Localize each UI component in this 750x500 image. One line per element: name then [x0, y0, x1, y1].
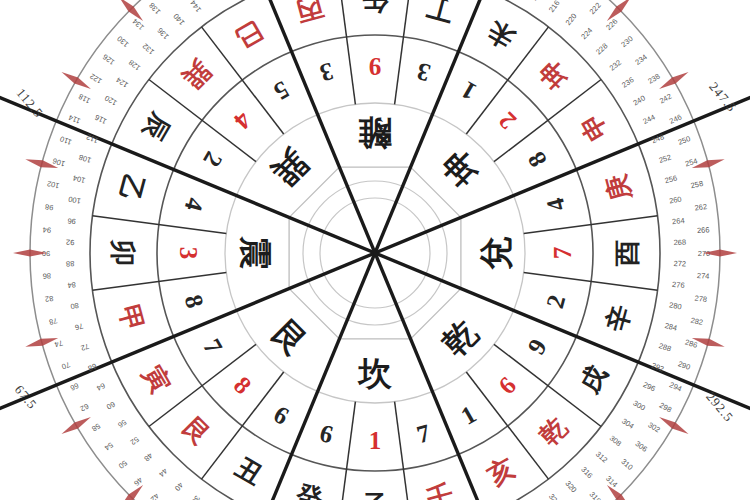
degree-label: 262 [694, 202, 708, 213]
luoshu-star-number: 3 [175, 247, 202, 260]
mountain-label: 庚 [601, 171, 637, 205]
mountain-label: 卯 [108, 239, 138, 266]
degree-label: 218 [570, 0, 585, 1]
degree-label: 312 [594, 450, 609, 465]
trigram-label-NW: 乾 [435, 313, 484, 362]
mountain-label: 辛 [600, 302, 636, 336]
trigram-label-N: 坎 [357, 355, 393, 392]
degree-label: 318 [588, 490, 603, 500]
degree-label: 236 [620, 75, 635, 89]
degree-label: 92 [66, 238, 75, 247]
degree-label: 66 [69, 381, 80, 393]
degree-label: 148 [206, 0, 220, 2]
cell-divider-line [395, 0, 413, 104]
degree-label: 102 [46, 179, 60, 190]
degree-label: 36 [190, 494, 202, 500]
degree-label: 240 [631, 93, 646, 107]
cell-divider-line [338, 402, 356, 500]
degree-label: 244 [642, 113, 657, 127]
degree-label: 142 [165, 0, 180, 1]
flanking-number: 2 [541, 292, 570, 311]
degree-label: 288 [658, 341, 673, 353]
degree-label: 224 [579, 26, 594, 41]
needle-mark [60, 69, 93, 92]
luoshu-star-number: 2 [493, 107, 521, 135]
degree-label: 78 [48, 316, 58, 327]
degree-label: 126 [101, 52, 116, 67]
degree-label: 116 [94, 113, 109, 126]
degree-label: 52 [129, 435, 141, 447]
degree-label: 60 [105, 400, 117, 412]
degree-label: 40 [173, 481, 185, 493]
degree-label: 252 [658, 153, 673, 165]
degree-label: 86 [42, 271, 51, 281]
degree-label: 114 [67, 113, 82, 126]
degree-label: 58 [90, 421, 102, 433]
flanking-number: 6 [269, 400, 293, 430]
degree-label: 268 [673, 238, 686, 247]
trigram-label-SW: 坤 [435, 143, 486, 194]
degree-label: 284 [664, 321, 678, 333]
degree-label: 250 [677, 134, 692, 147]
degree-label: 308 [608, 433, 623, 448]
degree-label: 42 [149, 491, 161, 500]
flanking-number: 7 [414, 419, 433, 448]
flanking-number: 8 [180, 292, 209, 311]
flanking-number: 3 [414, 58, 433, 87]
boundary-degree-label: 292.5 [703, 389, 737, 425]
luoshu-star-number: 8 [229, 371, 257, 399]
degree-label: 54 [103, 440, 115, 452]
luoshu-star-number: 4 [228, 107, 256, 135]
degree-label: 110 [59, 134, 73, 147]
mountain-label: 巳 [230, 15, 268, 54]
degree-label: 128 [127, 58, 142, 73]
mountain-label: 丁 [424, 0, 457, 27]
degree-label: 62 [79, 402, 91, 414]
degree-label: 220 [564, 12, 579, 27]
degree-label: 246 [668, 113, 683, 126]
degree-label: 96 [67, 216, 76, 226]
degree-label: 306 [633, 439, 648, 454]
degree-label: 82 [44, 294, 54, 304]
mountain-label: 亥 [481, 452, 519, 491]
degree-label: 136 [156, 26, 171, 41]
degree-label: 98 [44, 202, 54, 212]
degree-label: 130 [115, 34, 130, 49]
degree-label: 140 [171, 12, 186, 27]
mountain-label: 申 [574, 108, 613, 146]
flanking-number: 2 [198, 147, 228, 171]
mountain-label: 辰 [137, 107, 177, 146]
degree-label: 104 [72, 173, 86, 185]
mountain-label: 甲 [114, 302, 150, 335]
mountain-label: 丙 [293, 0, 327, 27]
degree-label: 124 [114, 75, 129, 89]
degree-label: 84 [67, 280, 76, 290]
luoshu-star-number: 7 [549, 247, 576, 260]
compass-canvas: 離393丙午丁坤128未坤申兌472庚酉辛乾961戌乾亥坎716壬子癸艮687丑… [0, 0, 750, 500]
degree-label: 134 [131, 17, 146, 32]
needle-mark [604, 482, 633, 500]
luopan-compass-diagram: 離393丙午丁坤128未坤申兌472庚酉辛乾961戌乾亥坎716壬子癸艮687丑… [0, 0, 750, 500]
degree-label: 310 [619, 457, 634, 472]
needle-mark [657, 414, 690, 437]
degree-label: 234 [633, 52, 648, 67]
degree-label: 282 [690, 316, 704, 327]
degree-label: 132 [141, 41, 156, 56]
flanking-number: 4 [541, 195, 570, 215]
mountain-label: 癸 [292, 478, 326, 500]
degree-label: 120 [103, 93, 118, 107]
trigram-label-S: 離 [359, 115, 393, 152]
degree-label: 260 [668, 195, 682, 206]
luoshu-star-number: 1 [369, 427, 382, 454]
mountain-label: 乙 [114, 171, 150, 204]
cell-divider-line [395, 402, 413, 500]
degree-label: 238 [646, 72, 661, 86]
degree-label: 320 [564, 479, 579, 494]
degree-label: 290 [677, 359, 692, 372]
degree-label: 138 [147, 1, 162, 16]
degree-label: 256 [664, 173, 678, 185]
degree-label: 64 [95, 381, 106, 393]
luoshu-star-number: 6 [493, 371, 521, 399]
degree-label: 280 [668, 300, 682, 311]
degree-label: 50 [117, 458, 129, 470]
mountain-label: 寅 [137, 360, 176, 398]
mountain-label: 子 [362, 490, 388, 500]
degree-label: 76 [74, 321, 84, 332]
mountain-label: 未 [482, 15, 520, 54]
mountain-label: 戌 [573, 360, 612, 398]
mountain-label: 乾 [533, 411, 573, 451]
degree-label: 118 [77, 92, 92, 106]
flanking-number: 1 [456, 400, 480, 430]
trigram-label-SE: 巽 [265, 143, 314, 192]
luoshu-star-number: 9 [369, 53, 382, 80]
degree-label: 258 [690, 179, 704, 190]
needle-mark [24, 334, 59, 350]
mountain-label: 午 [362, 0, 389, 16]
degree-label: 72 [80, 342, 91, 353]
flanking-number: 1 [456, 76, 480, 106]
flanking-number: 7 [198, 334, 228, 358]
degree-label: 298 [658, 401, 673, 415]
degree-label: 46 [132, 475, 144, 487]
trigram-label-E: 震 [237, 236, 274, 270]
trigram-label-NE: 艮 [265, 313, 314, 362]
degree-label: 264 [672, 216, 685, 226]
degree-label: 230 [619, 34, 634, 49]
needle-mark [657, 69, 690, 92]
flanking-number: 9 [522, 334, 552, 358]
mountain-label: 艮 [177, 411, 217, 451]
mountain-label: 坤 [533, 55, 573, 95]
degree-label: 144 [188, 0, 203, 14]
degree-label: 272 [673, 259, 686, 268]
degree-label: 44 [157, 466, 169, 478]
degree-label: 304 [620, 416, 635, 430]
mountain-label: 壬 [423, 479, 457, 500]
boundary-degree-label: 67.5 [12, 382, 41, 412]
degree-label: 56 [116, 417, 128, 429]
degree-label: 314 [604, 474, 619, 489]
cell-divider-line [338, 0, 356, 104]
degree-label: 242 [658, 92, 673, 106]
degree-label: 302 [646, 420, 661, 434]
degree-label: 294 [668, 380, 683, 393]
degree-label: 216 [547, 0, 562, 14]
flanking-number: 4 [180, 195, 209, 215]
degree-label: 100 [68, 195, 82, 206]
degree-label: 316 [579, 465, 594, 480]
mountain-label: 酉 [612, 240, 642, 267]
mountain-label: 丑 [230, 452, 268, 491]
trigram-label-W: 兌 [477, 237, 514, 271]
degree-label: 80 [70, 301, 80, 311]
degree-label: 278 [694, 293, 708, 304]
degree-label: 276 [672, 280, 685, 290]
flanking-number: 3 [317, 58, 336, 87]
degree-label: 70 [60, 360, 71, 371]
flanking-number: 8 [522, 147, 552, 171]
degree-label: 228 [594, 41, 609, 56]
degree-label: 266 [697, 225, 710, 235]
degree-label: 48 [142, 451, 154, 463]
degree-label: 222 [588, 1, 603, 16]
needle-mark [60, 414, 93, 437]
degree-label: 226 [604, 17, 619, 32]
degree-label: 274 [697, 271, 710, 281]
degree-label: 232 [608, 58, 623, 73]
degree-label: 88 [66, 259, 75, 268]
degree-label: 108 [78, 153, 93, 165]
degree-label: 212 [529, 0, 543, 2]
degree-label: 122 [88, 72, 103, 86]
degree-label: 74 [53, 338, 64, 349]
flanking-number: 5 [269, 76, 293, 106]
mountain-label: 巽 [177, 54, 217, 94]
flanking-number: 6 [317, 419, 336, 448]
degree-label: 296 [642, 380, 657, 394]
degree-label: 324 [547, 492, 562, 500]
degree-label: 300 [631, 398, 646, 412]
degree-label: 94 [42, 225, 51, 235]
